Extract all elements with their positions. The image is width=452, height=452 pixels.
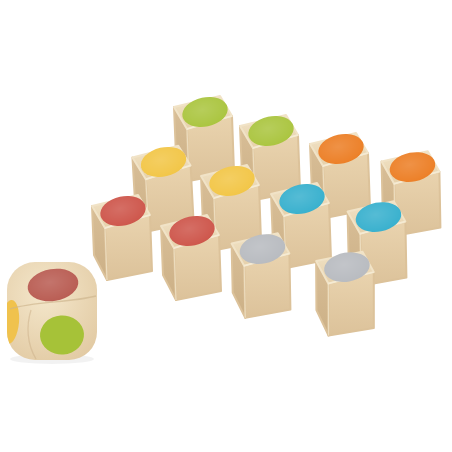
color-die[interactable]: [5, 257, 99, 365]
memory-cube-gray-1[interactable]: [224, 229, 294, 322]
die-body: [0, 262, 97, 360]
memory-cubes-board: [0, 0, 452, 452]
memory-game-photo: [0, 0, 452, 452]
memory-cube-gray-2[interactable]: [307, 247, 378, 341]
memory-cube-red-2[interactable]: [155, 212, 223, 304]
